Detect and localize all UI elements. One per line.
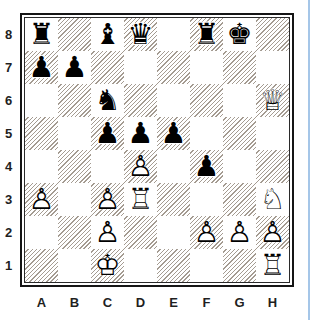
square-g6 [223,84,256,117]
square-a8: ♜ [25,18,58,51]
square-g2: ♟♙ [223,216,256,249]
square-c2: ♟♙ [91,216,124,249]
square-h4 [256,150,289,183]
square-e4 [157,150,190,183]
square-d4: ♟♙ [124,150,157,183]
square-c3: ♟♙ [91,183,124,216]
piece-white-pawn-g2-fill: ♟ [223,216,256,249]
file-label-a: A [25,292,58,314]
file-label-c: C [91,292,124,314]
piece-white-pawn-c3: ♙ [91,183,124,216]
square-g4 [223,150,256,183]
piece-black-pawn-d5: ♟ [124,117,157,150]
square-d3: ♜♖ [124,183,157,216]
square-c7 [91,51,124,84]
piece-black-pawn-a7: ♟ [25,51,58,84]
square-g5 [223,117,256,150]
square-a4 [25,150,58,183]
square-b1 [58,249,91,282]
piece-white-pawn-c2: ♙ [91,216,124,249]
square-f6 [190,84,223,117]
square-a3: ♟♙ [25,183,58,216]
square-d7 [124,51,157,84]
square-c4 [91,150,124,183]
piece-black-king-g8: ♚ [223,18,256,51]
square-b4 [58,150,91,183]
square-c1: ♚♔ [91,249,124,282]
square-g8: ♚ [223,18,256,51]
square-f5 [190,117,223,150]
square-h6: ♛♕ [256,84,289,117]
page-right-edge-line [308,0,310,320]
piece-white-knight-h3: ♘ [256,183,289,216]
square-e8 [157,18,190,51]
file-label-h: H [256,292,289,314]
rank-label-2: 2 [0,216,17,249]
square-f1 [190,249,223,282]
square-a7: ♟ [25,51,58,84]
square-f8: ♜ [190,18,223,51]
piece-black-knight-c6: ♞ [91,84,124,117]
rank-labels: 8 7 6 5 4 3 2 1 [0,18,17,282]
piece-black-queen-d8: ♛ [124,18,157,51]
square-e3 [157,183,190,216]
piece-white-queen-h6-fill: ♛ [256,84,289,117]
square-f3 [190,183,223,216]
piece-white-knight-h3-fill: ♞ [256,183,289,216]
square-b3 [58,183,91,216]
rank-label-5: 5 [0,117,17,150]
square-e6 [157,84,190,117]
piece-white-pawn-d4: ♙ [124,150,157,183]
file-label-b: B [58,292,91,314]
piece-white-pawn-g2: ♙ [223,216,256,249]
square-c5: ♟ [91,117,124,150]
square-e7 [157,51,190,84]
square-a2 [25,216,58,249]
piece-black-rook-f8: ♜ [190,18,223,51]
square-b6 [58,84,91,117]
piece-white-rook-h1-fill: ♜ [256,249,289,282]
square-h8 [256,18,289,51]
piece-white-pawn-a3: ♙ [25,183,58,216]
piece-white-pawn-h2: ♙ [256,216,289,249]
piece-white-pawn-f2: ♙ [190,216,223,249]
piece-white-rook-d3-fill: ♜ [124,183,157,216]
rank-label-7: 7 [0,51,17,84]
square-c6: ♞ [91,84,124,117]
square-d5: ♟ [124,117,157,150]
rank-label-6: 6 [0,84,17,117]
file-label-g: G [223,292,256,314]
piece-white-pawn-d4-fill: ♟ [124,150,157,183]
board-frame: ♜♝♛♜♚♟♟♞♛♕♟♟♟♟♙♟♟♙♟♙♜♖♞♘♟♙♟♙♟♙♟♙♚♔♜♖ [20,13,294,287]
file-label-d: D [124,292,157,314]
square-b5 [58,117,91,150]
file-label-e: E [157,292,190,314]
square-h1: ♜♖ [256,249,289,282]
piece-white-pawn-c3-fill: ♟ [91,183,124,216]
square-c8: ♝ [91,18,124,51]
square-d6 [124,84,157,117]
piece-white-pawn-h2-fill: ♟ [256,216,289,249]
rank-label-1: 1 [0,249,17,282]
board: ♜♝♛♜♚♟♟♞♛♕♟♟♟♟♙♟♟♙♟♙♜♖♞♘♟♙♟♙♟♙♟♙♚♔♜♖ [24,17,290,283]
square-d1 [124,249,157,282]
piece-white-pawn-f2-fill: ♟ [190,216,223,249]
piece-white-pawn-c2-fill: ♟ [91,216,124,249]
chess-diagram: 8 7 6 5 4 3 2 1 ♜♝♛♜♚♟♟♞♛♕♟♟♟♟♙♟♟♙♟♙♜♖♞♘… [0,0,314,320]
piece-black-rook-a8: ♜ [25,18,58,51]
piece-black-pawn-c5: ♟ [91,117,124,150]
piece-white-queen-h6: ♕ [256,84,289,117]
square-g1 [223,249,256,282]
rank-label-8: 8 [0,18,17,51]
rank-label-3: 3 [0,183,17,216]
square-h5 [256,117,289,150]
square-a5 [25,117,58,150]
piece-black-bishop-c8: ♝ [91,18,124,51]
square-e5: ♟ [157,117,190,150]
square-a6 [25,84,58,117]
square-h7 [256,51,289,84]
square-e1 [157,249,190,282]
piece-black-pawn-e5: ♟ [157,117,190,150]
square-g7 [223,51,256,84]
piece-black-pawn-f4: ♟ [190,150,223,183]
piece-white-pawn-a3-fill: ♟ [25,183,58,216]
square-a1 [25,249,58,282]
piece-white-king-c1: ♔ [91,249,124,282]
rank-label-4: 4 [0,150,17,183]
square-g3 [223,183,256,216]
file-label-f: F [190,292,223,314]
piece-white-rook-d3: ♖ [124,183,157,216]
square-f4: ♟ [190,150,223,183]
piece-black-pawn-b7: ♟ [58,51,91,84]
square-e2 [157,216,190,249]
piece-white-rook-h1: ♖ [256,249,289,282]
square-h2: ♟♙ [256,216,289,249]
square-b2 [58,216,91,249]
square-d8: ♛ [124,18,157,51]
square-b7: ♟ [58,51,91,84]
square-b8 [58,18,91,51]
square-f7 [190,51,223,84]
file-labels: A B C D E F G H [25,292,289,314]
square-d2 [124,216,157,249]
square-h3: ♞♘ [256,183,289,216]
square-f2: ♟♙ [190,216,223,249]
piece-white-king-c1-fill: ♚ [91,249,124,282]
